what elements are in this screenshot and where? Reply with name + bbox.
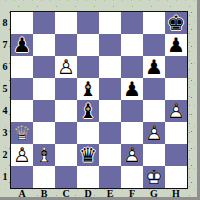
square-d2[interactable]: ♛ (77, 144, 99, 166)
square-a4[interactable] (11, 100, 33, 122)
square-h2[interactable] (165, 144, 187, 166)
square-c7[interactable] (55, 34, 77, 56)
chess-board: ♚♟♟♟♙♟♝♟♝♟♙♛♕♟♙♟♙♝♗♛♟♙♚♔ (11, 12, 187, 188)
square-a8[interactable] (11, 12, 33, 34)
rank-label-3: 3 (0, 122, 10, 144)
rank-label-6: 6 (0, 56, 10, 78)
square-c6[interactable]: ♟♙ (55, 56, 77, 78)
black-king-piece[interactable]: ♚ (165, 12, 187, 34)
square-b1[interactable] (33, 166, 55, 188)
square-e1[interactable] (99, 166, 121, 188)
square-c2[interactable] (55, 144, 77, 166)
square-e6[interactable] (99, 56, 121, 78)
square-f7[interactable] (121, 34, 143, 56)
square-e4[interactable] (99, 100, 121, 122)
white-bishop-piece-fill: ♝ (33, 144, 55, 166)
white-bishop-piece[interactable]: ♗ (33, 144, 55, 166)
square-e8[interactable] (99, 12, 121, 34)
square-h4[interactable]: ♟♙ (165, 100, 187, 122)
square-e2[interactable] (99, 144, 121, 166)
square-d6[interactable] (77, 56, 99, 78)
square-b3[interactable] (33, 122, 55, 144)
square-f5[interactable]: ♟ (121, 78, 143, 100)
square-a6[interactable] (11, 56, 33, 78)
white-pawn-piece-fill: ♟ (11, 144, 33, 166)
square-e3[interactable] (99, 122, 121, 144)
square-b8[interactable] (33, 12, 55, 34)
square-b5[interactable] (33, 78, 55, 100)
rank-label-4: 4 (0, 100, 10, 122)
window-edge-shadow-bottom (0, 197, 200, 200)
square-e7[interactable] (99, 34, 121, 56)
white-pawn-piece[interactable]: ♙ (55, 56, 77, 78)
rank-label-7: 7 (0, 34, 10, 56)
rank-label-5: 5 (0, 78, 10, 100)
chessboard-window: 87654321 ABCDEFGH ♚♟♟♟♙♟♝♟♝♟♙♛♕♟♙♟♙♝♗♛♟♙… (0, 0, 200, 200)
square-d1[interactable] (77, 166, 99, 188)
black-pawn-piece[interactable]: ♟ (121, 78, 143, 100)
square-f8[interactable] (121, 12, 143, 34)
square-a1[interactable] (11, 166, 33, 188)
square-h5[interactable] (165, 78, 187, 100)
square-f3[interactable] (121, 122, 143, 144)
rank-label-1: 1 (0, 166, 10, 188)
white-king-piece[interactable]: ♔ (143, 166, 165, 188)
black-pawn-piece[interactable]: ♟ (11, 34, 33, 56)
square-g1[interactable]: ♚♔ (143, 166, 165, 188)
square-g4[interactable] (143, 100, 165, 122)
white-pawn-piece[interactable]: ♙ (121, 144, 143, 166)
rank-label-8: 8 (0, 12, 10, 34)
square-h1[interactable] (165, 166, 187, 188)
square-b6[interactable] (33, 56, 55, 78)
rank-label-2: 2 (0, 144, 10, 166)
square-g5[interactable] (143, 78, 165, 100)
square-f4[interactable] (121, 100, 143, 122)
square-a5[interactable] (11, 78, 33, 100)
square-h8[interactable]: ♚ (165, 12, 187, 34)
square-d4[interactable]: ♝ (77, 100, 99, 122)
white-queen-piece[interactable]: ♕ (11, 122, 33, 144)
square-e5[interactable] (99, 78, 121, 100)
square-h7[interactable]: ♟ (165, 34, 187, 56)
white-pawn-piece-fill: ♟ (55, 56, 77, 78)
black-pawn-piece[interactable]: ♟ (165, 34, 187, 56)
square-b7[interactable] (33, 34, 55, 56)
square-c8[interactable] (55, 12, 77, 34)
white-pawn-piece[interactable]: ♙ (11, 144, 33, 166)
rank-labels: 87654321 (0, 12, 10, 188)
black-bishop-piece[interactable]: ♝ (77, 78, 99, 100)
white-pawn-piece-fill: ♟ (143, 122, 165, 144)
white-pawn-piece-fill: ♟ (121, 144, 143, 166)
square-d5[interactable]: ♝ (77, 78, 99, 100)
square-d7[interactable] (77, 34, 99, 56)
board-frame: ♚♟♟♟♙♟♝♟♝♟♙♛♕♟♙♟♙♝♗♛♟♙♚♔ (10, 11, 188, 189)
square-a7[interactable]: ♟ (11, 34, 33, 56)
square-c4[interactable] (55, 100, 77, 122)
white-pawn-piece-fill: ♟ (165, 100, 187, 122)
square-c5[interactable] (55, 78, 77, 100)
square-d8[interactable] (77, 12, 99, 34)
square-f2[interactable]: ♟♙ (121, 144, 143, 166)
window-edge-shadow-right (197, 0, 200, 200)
square-h3[interactable] (165, 122, 187, 144)
white-king-piece-fill: ♚ (143, 166, 165, 188)
square-g3[interactable]: ♟♙ (143, 122, 165, 144)
square-c1[interactable] (55, 166, 77, 188)
black-bishop-piece[interactable]: ♝ (77, 100, 99, 122)
white-pawn-piece[interactable]: ♙ (165, 100, 187, 122)
square-f6[interactable] (121, 56, 143, 78)
square-d3[interactable] (77, 122, 99, 144)
black-pawn-piece[interactable]: ♟ (143, 56, 165, 78)
square-g8[interactable] (143, 12, 165, 34)
square-g2[interactable] (143, 144, 165, 166)
white-queen-piece-fill: ♛ (11, 122, 33, 144)
square-g6[interactable]: ♟ (143, 56, 165, 78)
square-c3[interactable] (55, 122, 77, 144)
square-g7[interactable] (143, 34, 165, 56)
square-a3[interactable]: ♛♕ (11, 122, 33, 144)
square-b2[interactable]: ♝♗ (33, 144, 55, 166)
square-h6[interactable] (165, 56, 187, 78)
square-f1[interactable] (121, 166, 143, 188)
black-queen-piece[interactable]: ♛ (77, 144, 99, 166)
square-b4[interactable] (33, 100, 55, 122)
white-pawn-piece[interactable]: ♙ (143, 122, 165, 144)
square-a2[interactable]: ♟♙ (11, 144, 33, 166)
